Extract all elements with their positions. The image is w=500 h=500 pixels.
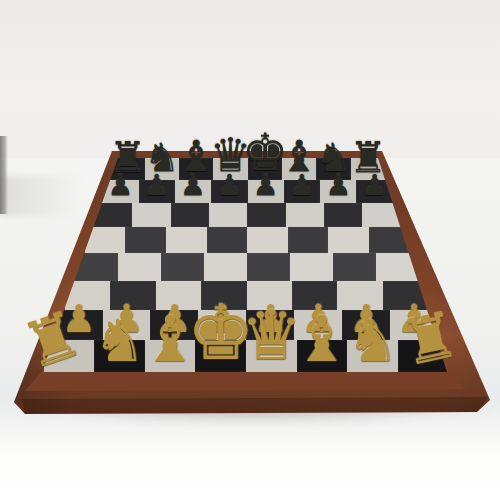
piece-black-pawn-e7[interactable]: ♟ [253, 172, 279, 200]
piece-black-pawn-a7[interactable]: ♟ [108, 172, 134, 200]
piece-black-pawn-d7[interactable]: ♟ [216, 172, 242, 200]
piece-white-rook-h1[interactable]: ♜ [396, 305, 463, 375]
piece-black-pawn-h7[interactable]: ♟ [362, 172, 388, 200]
piece-white-knight-g1[interactable]: ♞ [347, 314, 399, 369]
piece-black-pawn-b7[interactable]: ♟ [144, 172, 170, 200]
piece-black-pawn-c7[interactable]: ♟ [180, 172, 206, 200]
piece-white-bishop-f1[interactable]: ♝ [294, 309, 351, 369]
piece-white-knight-b1[interactable]: ♞ [93, 314, 145, 369]
piece-black-pawn-f7[interactable]: ♟ [289, 172, 315, 200]
photo-scene: ♜♞♝♛♚♝♞♜♟♟♟♟♟♟♟♟♟♟♟♟♟♟♟♟♜♞♝♚♛♝♞♜ [0, 0, 500, 500]
piece-layer: ♜♞♝♛♚♝♞♜♟♟♟♟♟♟♟♟♟♟♟♟♟♟♟♟♜♞♝♚♛♝♞♜ [0, 0, 500, 500]
piece-black-pawn-g7[interactable]: ♟ [325, 172, 351, 200]
